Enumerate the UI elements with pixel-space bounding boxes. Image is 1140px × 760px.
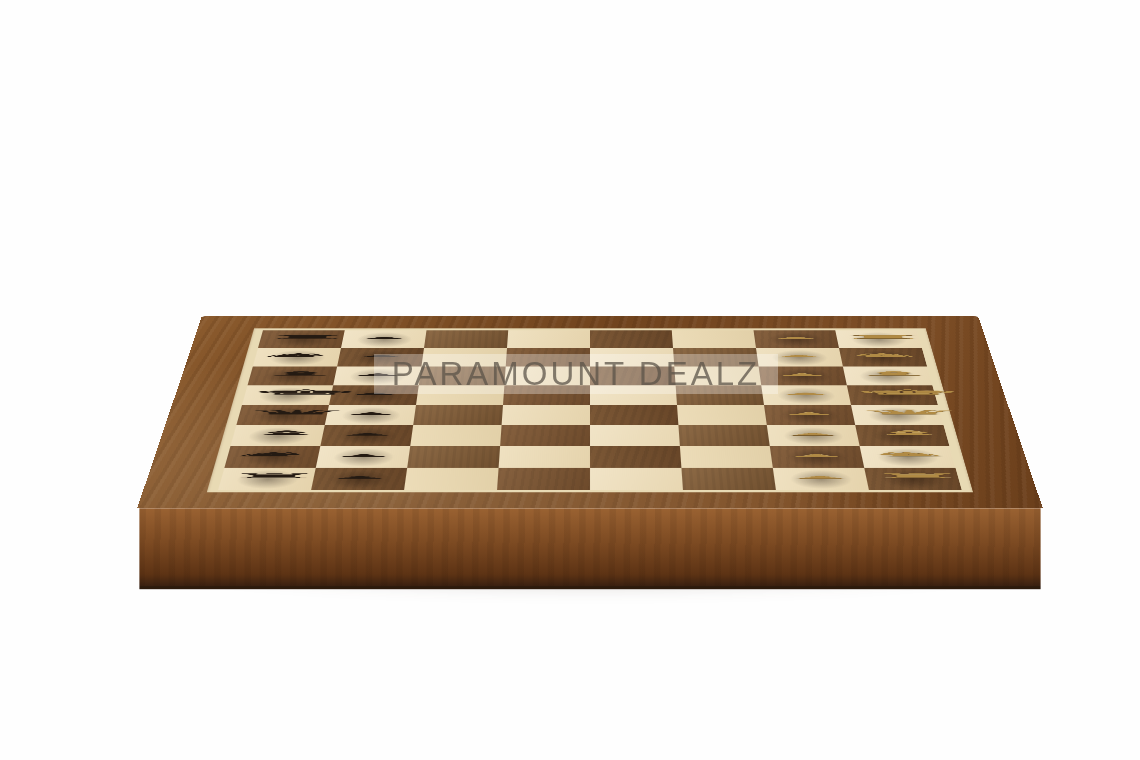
board-square [672, 330, 756, 348]
board-square [218, 468, 316, 490]
board-square [770, 446, 864, 468]
board-square [316, 446, 410, 468]
watermark-text: PARAMOUNT DEALZ [392, 355, 760, 393]
product-photo: ♜♟♟♜♞♟♟♞♝♟♟♝♚♟♟♚♛♟♟♛♝♟♟♝♞♟♟♞♜♟♟♜ PARAMOU… [0, 0, 1140, 760]
chess-piece-wP: ♟ [754, 337, 837, 340]
board-square [677, 405, 767, 425]
chess-piece-bN: ♞ [255, 353, 340, 358]
board-front-edge [139, 508, 1040, 589]
chess-piece-bB: ♝ [250, 371, 336, 377]
board-square [311, 468, 407, 490]
chess-piece-bR: ♜ [260, 335, 343, 340]
chess-piece-bP: ♟ [343, 337, 426, 340]
chess-piece-wN: ♞ [840, 353, 925, 358]
board-square [590, 468, 683, 490]
board-square [407, 446, 500, 468]
chess-board: ♜♟♟♜♞♟♟♞♝♟♟♝♚♟♟♚♛♟♟♛♝♟♟♝♞♟♟♞♜♟♟♜ [137, 316, 1043, 508]
chess-piece-wK: ♚ [848, 389, 936, 396]
board-square [590, 405, 678, 425]
board-square [413, 405, 503, 425]
board-square [410, 425, 501, 446]
board-square [864, 468, 962, 490]
chess-piece-wR: ♜ [836, 335, 919, 340]
board-square [678, 425, 769, 446]
chess-piece-wB: ♝ [844, 371, 930, 377]
board-square [764, 405, 855, 425]
board-square [224, 446, 320, 468]
board-square [502, 405, 590, 425]
watermark-band: PARAMOUNT DEALZ [374, 354, 778, 394]
board-square [424, 330, 508, 348]
board-square [500, 425, 590, 446]
board-square [507, 330, 590, 348]
board-square [590, 446, 681, 468]
board-square [590, 330, 673, 348]
board-square [767, 425, 860, 446]
board-square [860, 446, 956, 468]
board-square [499, 446, 590, 468]
board-square [773, 468, 869, 490]
board-square [681, 468, 776, 490]
chess-piece-bK: ♚ [245, 389, 333, 396]
board-square [680, 446, 773, 468]
board-square [497, 468, 590, 490]
board-square [404, 468, 499, 490]
board-square [590, 425, 680, 446]
